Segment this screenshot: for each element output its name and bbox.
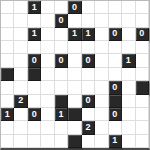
empty-cell-r3c7[interactable] [95, 41, 108, 54]
empty-cell-r9c2[interactable] [28, 121, 41, 134]
empty-cell-r6c7[interactable] [95, 81, 108, 94]
clue-wall-0-r4c4: 0 [55, 54, 68, 67]
empty-cell-r1c10[interactable] [136, 14, 149, 27]
empty-cell-r7c7[interactable] [95, 95, 108, 108]
empty-cell-r1c5[interactable] [68, 14, 81, 27]
empty-cell-r5c6[interactable] [82, 68, 95, 81]
empty-cell-r3c2[interactable] [28, 41, 41, 54]
black-wall-r10c5 [68, 135, 81, 148]
empty-cell-r10c2[interactable] [28, 135, 41, 148]
empty-cell-r3c4[interactable] [55, 41, 68, 54]
empty-cell-r3c3[interactable] [41, 41, 54, 54]
clue-wall-1-r2c5: 1 [68, 28, 81, 41]
empty-cell-r7c5[interactable] [68, 95, 81, 108]
empty-cell-r0c10[interactable] [136, 1, 149, 14]
empty-cell-r7c10[interactable] [136, 95, 149, 108]
empty-cell-r9c9[interactable] [122, 121, 135, 134]
empty-cell-r9c5[interactable] [68, 121, 81, 134]
empty-cell-r7c9[interactable] [122, 95, 135, 108]
empty-cell-r3c9[interactable] [122, 41, 135, 54]
clue-wall-0-r4c2: 0 [28, 54, 41, 67]
empty-cell-r9c10[interactable] [136, 121, 149, 134]
empty-cell-r0c3[interactable] [41, 1, 54, 14]
empty-cell-r0c8[interactable] [109, 1, 122, 14]
clue-wall-1-r10c8: 1 [109, 135, 122, 148]
empty-cell-r4c10[interactable] [136, 54, 149, 67]
empty-cell-r8c6[interactable] [82, 108, 95, 121]
empty-cell-r5c10[interactable] [136, 68, 149, 81]
black-wall-r7c4 [55, 95, 68, 108]
empty-cell-r0c1[interactable] [14, 1, 27, 14]
empty-cell-r7c2[interactable] [28, 95, 41, 108]
empty-cell-r2c1[interactable] [14, 28, 27, 41]
clue-wall-0-r8c2: 0 [28, 108, 41, 121]
empty-cell-r5c8[interactable] [109, 68, 122, 81]
empty-cell-r4c3[interactable] [41, 54, 54, 67]
empty-cell-r8c9[interactable] [122, 108, 135, 121]
empty-cell-r6c3[interactable] [41, 81, 54, 94]
empty-cell-r1c2[interactable] [28, 14, 41, 27]
empty-cell-r2c4[interactable] [55, 28, 68, 41]
empty-cell-r0c7[interactable] [95, 1, 108, 14]
empty-cell-r6c6[interactable] [82, 81, 95, 94]
empty-cell-r6c9[interactable] [122, 81, 135, 94]
empty-cell-r4c8[interactable] [109, 54, 122, 67]
black-wall-r5c0 [1, 68, 14, 81]
empty-cell-r1c6[interactable] [82, 14, 95, 27]
empty-cell-r1c8[interactable] [109, 14, 122, 27]
clue-wall-0-r0c5: 0 [68, 1, 81, 14]
empty-cell-r8c3[interactable] [41, 108, 54, 121]
clue-wall-1-r2c2: 1 [28, 28, 41, 41]
empty-cell-r6c5[interactable] [68, 81, 81, 94]
empty-cell-r10c10[interactable] [136, 135, 149, 148]
empty-cell-r10c7[interactable] [95, 135, 108, 148]
empty-cell-r9c0[interactable] [1, 121, 14, 134]
empty-cell-r10c9[interactable] [122, 135, 135, 148]
empty-cell-r9c7[interactable] [95, 121, 108, 134]
empty-cell-r2c3[interactable] [41, 28, 54, 41]
empty-cell-r5c5[interactable] [68, 68, 81, 81]
clue-wall-1-r8c4: 1 [55, 108, 68, 121]
empty-cell-r6c1[interactable] [14, 81, 27, 94]
empty-cell-r4c7[interactable] [95, 54, 108, 67]
empty-cell-r2c9[interactable] [122, 28, 135, 41]
empty-cell-r5c9[interactable] [122, 68, 135, 81]
clue-wall-0-r8c8: 0 [109, 108, 122, 121]
clue-wall-1-r8c0: 1 [1, 108, 14, 121]
empty-cell-r9c4[interactable] [55, 121, 68, 134]
clue-wall-1-r2c6: 1 [82, 28, 95, 41]
clue-wall-0-r6c8: 0 [109, 81, 122, 94]
empty-cell-r0c4[interactable] [55, 1, 68, 14]
black-wall-r5c2 [28, 68, 41, 81]
empty-cell-r3c10[interactable] [136, 41, 149, 54]
empty-cell-r8c10[interactable] [136, 108, 149, 121]
empty-cell-r3c5[interactable] [68, 41, 81, 54]
empty-cell-r9c3[interactable] [41, 121, 54, 134]
empty-cell-r3c0[interactable] [1, 41, 14, 54]
empty-cell-r7c3[interactable] [41, 95, 54, 108]
empty-cell-r3c8[interactable] [109, 41, 122, 54]
lightup-puzzle-board: 100111000001020101021 [0, 0, 150, 150]
clue-wall-0-r4c6: 0 [82, 54, 95, 67]
clue-wall-0-r2c8: 0 [109, 28, 122, 41]
clue-wall-0-r7c6: 0 [82, 95, 95, 108]
empty-cell-r3c6[interactable] [82, 41, 95, 54]
empty-cell-r1c7[interactable] [95, 14, 108, 27]
black-wall-r6c10 [136, 81, 149, 94]
empty-cell-r10c6[interactable] [82, 135, 95, 148]
black-wall-r8c5 [68, 108, 81, 121]
clue-wall-1-r4c9: 1 [122, 54, 135, 67]
clue-wall-1-r0c2: 1 [28, 1, 41, 14]
empty-cell-r8c1[interactable] [14, 108, 27, 121]
empty-cell-r10c1[interactable] [14, 135, 27, 148]
empty-cell-r4c5[interactable] [68, 54, 81, 67]
clue-wall-2-r7c1: 2 [14, 95, 27, 108]
empty-cell-r1c3[interactable] [41, 14, 54, 27]
empty-cell-r10c3[interactable] [41, 135, 54, 148]
empty-cell-r1c1[interactable] [14, 14, 27, 27]
empty-cell-r6c4[interactable] [55, 81, 68, 94]
empty-cell-r4c1[interactable] [14, 54, 27, 67]
empty-cell-r1c9[interactable] [122, 14, 135, 27]
empty-cell-r5c3[interactable] [41, 68, 54, 81]
empty-cell-r0c9[interactable] [122, 1, 135, 14]
empty-cell-r4c0[interactable] [1, 54, 14, 67]
empty-cell-r0c6[interactable] [82, 1, 95, 14]
empty-cell-r5c4[interactable] [55, 68, 68, 81]
empty-cell-r7c0[interactable] [1, 95, 14, 108]
empty-cell-r5c7[interactable] [95, 68, 108, 81]
clue-wall-2-r9c6: 2 [82, 121, 95, 134]
empty-cell-r0c0[interactable] [1, 1, 14, 14]
empty-cell-r5c1[interactable] [14, 68, 27, 81]
empty-cell-r10c0[interactable] [1, 135, 14, 148]
clue-wall-0-r2c10: 0 [136, 28, 149, 41]
clue-wall-0-r1c4: 0 [55, 14, 68, 27]
empty-cell-r2c0[interactable] [1, 28, 14, 41]
black-wall-r7c8 [109, 95, 122, 108]
empty-cell-r2c7[interactable] [95, 28, 108, 41]
empty-cell-r1c0[interactable] [1, 14, 14, 27]
empty-cell-r6c0[interactable] [1, 81, 14, 94]
empty-cell-r9c1[interactable] [14, 121, 27, 134]
empty-cell-r10c4[interactable] [55, 135, 68, 148]
empty-cell-r9c8[interactable] [109, 121, 122, 134]
empty-cell-r8c7[interactable] [95, 108, 108, 121]
empty-cell-r6c2[interactable] [28, 81, 41, 94]
empty-cell-r3c1[interactable] [14, 41, 27, 54]
